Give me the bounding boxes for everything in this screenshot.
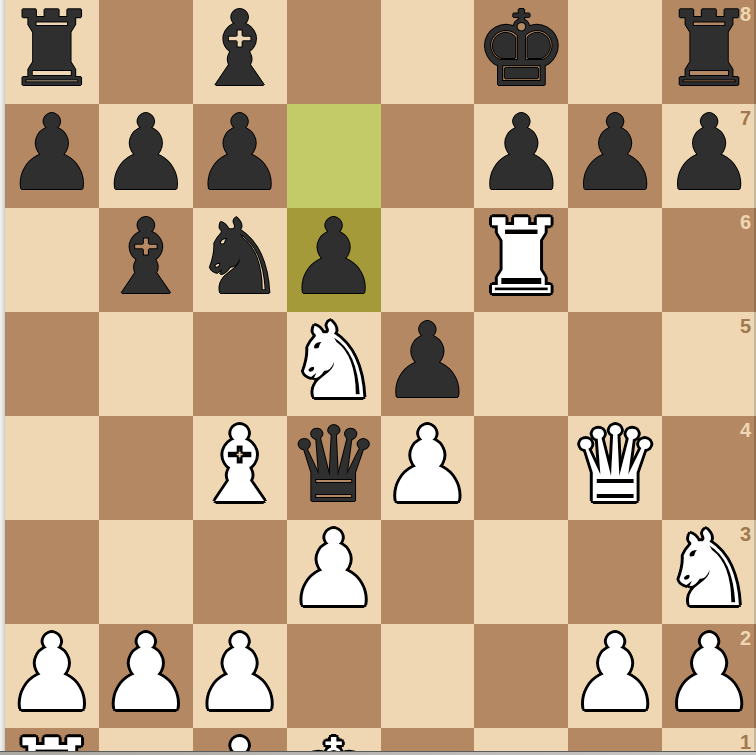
- square-d8[interactable]: [287, 0, 381, 104]
- square-d2[interactable]: [287, 624, 381, 728]
- square-d7[interactable]: [287, 104, 381, 208]
- square-f8[interactable]: ♚: [474, 0, 568, 104]
- white-knight-piece[interactable]: ♞: [287, 309, 380, 413]
- square-e8[interactable]: [381, 0, 475, 104]
- square-h7[interactable]: ♟7: [662, 104, 756, 208]
- square-b6[interactable]: ♝: [99, 208, 193, 312]
- white-bishop-piece[interactable]: ♝: [193, 413, 286, 517]
- rank-label-4: 4: [740, 420, 751, 440]
- square-d6[interactable]: ♟: [287, 208, 381, 312]
- square-a2[interactable]: ♟: [5, 624, 99, 728]
- black-bishop-piece[interactable]: ♝: [193, 0, 286, 101]
- square-e5[interactable]: ♟: [381, 312, 475, 416]
- square-g8[interactable]: [568, 0, 662, 104]
- white-pawn-piece[interactable]: ♟: [287, 517, 380, 621]
- white-pawn-piece[interactable]: ♟: [5, 621, 98, 725]
- square-h8[interactable]: ♜8: [662, 0, 756, 104]
- square-g4[interactable]: ♛: [568, 416, 662, 520]
- white-pawn-piece[interactable]: ♟: [193, 621, 286, 725]
- square-d5[interactable]: ♞: [287, 312, 381, 416]
- black-pawn-piece[interactable]: ♟: [475, 101, 568, 205]
- square-c8[interactable]: ♝: [193, 0, 287, 104]
- rank-label-5: 5: [740, 316, 751, 336]
- square-a4[interactable]: [5, 416, 99, 520]
- square-h3[interactable]: ♞3: [662, 520, 756, 624]
- square-a3[interactable]: [5, 520, 99, 624]
- square-e7[interactable]: [381, 104, 475, 208]
- bottom-scrollbar[interactable]: [0, 751, 756, 755]
- white-pawn-piece[interactable]: ♟: [662, 621, 755, 725]
- square-e3[interactable]: [381, 520, 475, 624]
- square-b4[interactable]: [99, 416, 193, 520]
- square-f2[interactable]: [474, 624, 568, 728]
- square-f6[interactable]: ♜: [474, 208, 568, 312]
- square-h6[interactable]: 6: [662, 208, 756, 312]
- square-a7[interactable]: ♟: [5, 104, 99, 208]
- black-king-piece[interactable]: ♚: [475, 0, 568, 101]
- square-g5[interactable]: [568, 312, 662, 416]
- white-pawn-piece[interactable]: ♟: [569, 621, 662, 725]
- black-pawn-piece[interactable]: ♟: [5, 101, 98, 205]
- white-pawn-piece[interactable]: ♟: [381, 413, 474, 517]
- square-f3[interactable]: [474, 520, 568, 624]
- black-rook-piece[interactable]: ♜: [5, 0, 98, 101]
- square-c6[interactable]: ♞: [193, 208, 287, 312]
- square-c4[interactable]: ♝: [193, 416, 287, 520]
- square-d4[interactable]: ♛: [287, 416, 381, 520]
- square-h4[interactable]: 4: [662, 416, 756, 520]
- square-f4[interactable]: [474, 416, 568, 520]
- square-g7[interactable]: ♟: [568, 104, 662, 208]
- square-e6[interactable]: [381, 208, 475, 312]
- rank-label-1: 1: [740, 732, 751, 752]
- white-knight-piece[interactable]: ♞: [662, 517, 755, 621]
- square-b2[interactable]: ♟: [99, 624, 193, 728]
- square-e4[interactable]: ♟: [381, 416, 475, 520]
- black-rook-piece[interactable]: ♜: [662, 0, 755, 101]
- square-a6[interactable]: [5, 208, 99, 312]
- square-h5[interactable]: 5: [662, 312, 756, 416]
- square-b3[interactable]: [99, 520, 193, 624]
- square-c3[interactable]: [193, 520, 287, 624]
- black-bishop-piece[interactable]: ♝: [99, 205, 192, 309]
- black-pawn-piece[interactable]: ♟: [569, 101, 662, 205]
- square-e2[interactable]: [381, 624, 475, 728]
- square-g6[interactable]: [568, 208, 662, 312]
- square-f7[interactable]: ♟: [474, 104, 568, 208]
- square-g3[interactable]: [568, 520, 662, 624]
- square-c2[interactable]: ♟: [193, 624, 287, 728]
- square-d3[interactable]: ♟: [287, 520, 381, 624]
- square-c7[interactable]: ♟: [193, 104, 287, 208]
- white-pawn-piece[interactable]: ♟: [99, 621, 192, 725]
- square-g2[interactable]: ♟: [568, 624, 662, 728]
- white-rook-piece[interactable]: ♜: [475, 205, 568, 309]
- black-pawn-piece[interactable]: ♟: [381, 309, 474, 413]
- square-f5[interactable]: [474, 312, 568, 416]
- black-pawn-piece[interactable]: ♟: [99, 101, 192, 205]
- square-b8[interactable]: [99, 0, 193, 104]
- black-pawn-piece[interactable]: ♟: [193, 101, 286, 205]
- square-b5[interactable]: [99, 312, 193, 416]
- square-b7[interactable]: ♟: [99, 104, 193, 208]
- square-h2[interactable]: ♟2: [662, 624, 756, 728]
- black-pawn-piece[interactable]: ♟: [662, 101, 755, 205]
- chess-app-window: ♜♝♚♜8♟♟♟♟♟♟7♝♞♟♜6♞♟5♝♛♟♛4♟♞3♟♟♟♟♟2♜ab♝c♚…: [0, 0, 756, 755]
- rank-label-6: 6: [740, 212, 751, 232]
- black-queen-piece[interactable]: ♛: [287, 413, 380, 517]
- black-knight-piece[interactable]: ♞: [193, 205, 286, 309]
- white-queen-piece[interactable]: ♛: [569, 413, 662, 517]
- square-a8[interactable]: ♜: [5, 0, 99, 104]
- square-a5[interactable]: [5, 312, 99, 416]
- black-pawn-piece[interactable]: ♟: [287, 205, 380, 309]
- square-c5[interactable]: [193, 312, 287, 416]
- chess-board: ♜♝♚♜8♟♟♟♟♟♟7♝♞♟♜6♞♟5♝♛♟♛4♟♞3♟♟♟♟♟2♜ab♝c♚…: [5, 0, 756, 751]
